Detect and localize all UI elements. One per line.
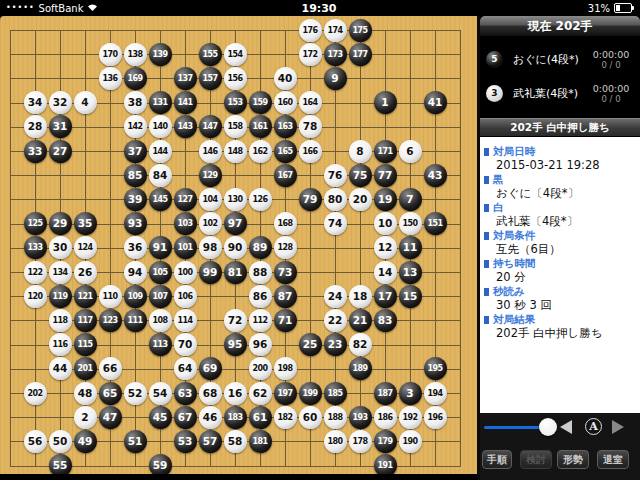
white-stone-176: 176	[299, 19, 322, 42]
black-stone-159: 159	[249, 91, 272, 114]
black-stone-145: 145	[149, 188, 172, 211]
info-value-6: 202手 白中押し勝ち	[484, 326, 640, 340]
white-stone-54: 54	[149, 382, 172, 405]
white-stone-100: 100	[174, 261, 197, 284]
move-slider-row: A	[480, 413, 640, 443]
black-stone-155: 155	[199, 43, 222, 66]
black-stone-15: 15	[399, 285, 422, 308]
white-stone-90: 90	[224, 236, 247, 259]
white-stone-112: 112	[249, 309, 272, 332]
white-stone-202: 202	[24, 382, 47, 405]
white-stone-22: 22	[324, 309, 347, 332]
black-stone-75: 75	[349, 164, 372, 187]
white-stone-146: 146	[199, 140, 222, 163]
white-stone-46: 46	[199, 406, 222, 429]
battery-icon	[614, 3, 632, 13]
auto-play-button[interactable]: A	[585, 418, 602, 435]
white-stone-168: 168	[274, 212, 297, 235]
white-stone-142: 142	[124, 115, 147, 138]
white-stone-174: 174	[324, 19, 347, 42]
white-stone-56: 56	[24, 430, 47, 453]
bullet-icon	[484, 232, 489, 240]
white-stone-34: 34	[24, 91, 47, 114]
white-stone-12: 12	[374, 236, 397, 259]
black-stone-37: 37	[124, 140, 147, 163]
black-stone-7: 7	[399, 188, 422, 211]
black-stone-19: 19	[374, 188, 397, 211]
white-stone-62: 62	[249, 382, 272, 405]
black-stone-183: 183	[224, 406, 247, 429]
black-stone-61: 61	[249, 406, 272, 429]
white-stone-134: 134	[49, 261, 72, 284]
white-stone-26: 26	[74, 261, 97, 284]
white-stone-178: 178	[349, 430, 372, 453]
black-stone-53: 53	[174, 430, 197, 453]
black-stone-157: 157	[199, 67, 222, 90]
black-stone-83: 83	[374, 309, 397, 332]
white-stone-198: 198	[274, 357, 297, 380]
taishitsu-button[interactable]: 退室	[597, 450, 629, 469]
white-stone-158: 158	[224, 115, 247, 138]
black-stone-109: 109	[124, 285, 147, 308]
black-stone-173: 173	[324, 43, 347, 66]
black-stone-201: 201	[74, 357, 97, 380]
white-stone-72: 72	[224, 309, 247, 332]
white-stone-24: 24	[324, 285, 347, 308]
black-stone-89: 89	[249, 236, 272, 259]
info-label-6: 対局結果	[484, 313, 640, 326]
black-stone-23: 23	[324, 333, 347, 356]
black-stone-47: 47	[99, 406, 122, 429]
black-stone-103: 103	[174, 212, 197, 235]
black-stone-101: 101	[174, 236, 197, 259]
white-stone-50: 50	[49, 430, 72, 453]
black-stone-121: 121	[74, 285, 97, 308]
black-stone-151: 151	[424, 212, 447, 235]
game-info-list: 対局日時2015-03-21 19:28黒おぐに〔4段*〕白武礼葉〔4段*〕対局…	[480, 137, 640, 415]
black-stone-113: 113	[149, 333, 172, 356]
white-player-name: 武礼葉(4段*)	[513, 86, 588, 101]
white-stone-84: 84	[149, 164, 172, 187]
white-stone-48: 48	[74, 382, 97, 405]
black-player-row: 5 おぐに(4段*) 0:00:00 0 / 0	[480, 42, 640, 76]
white-stone-32: 32	[49, 91, 72, 114]
black-stone-189: 189	[349, 357, 372, 380]
info-label-2: 白	[484, 201, 640, 214]
white-stone-106: 106	[174, 285, 197, 308]
info-value-5: 30 秒 3 回	[484, 298, 640, 312]
black-stone-191: 191	[374, 454, 397, 474]
black-stone-167: 167	[274, 164, 297, 187]
white-stone-192: 192	[399, 406, 422, 429]
black-stone-85: 85	[124, 164, 147, 187]
black-stone-111: 111	[124, 309, 147, 332]
bullet-icon	[484, 316, 489, 324]
black-stone-175: 175	[349, 19, 372, 42]
black-stone-125: 125	[24, 212, 47, 235]
black-stone-87: 87	[274, 285, 297, 308]
white-stone-10: 10	[374, 212, 397, 235]
black-stone-133: 133	[24, 236, 47, 259]
white-stone-118: 118	[49, 309, 72, 332]
wifi-icon	[87, 3, 98, 14]
white-stone-74: 74	[324, 212, 347, 235]
white-stone-190: 190	[399, 430, 422, 453]
black-stone-179: 179	[374, 430, 397, 453]
white-stone-68: 68	[199, 382, 222, 405]
black-stone-139: 139	[149, 43, 172, 66]
white-stone-98: 98	[199, 236, 222, 259]
black-captures-stone-icon: 5	[486, 51, 503, 68]
white-stone-154: 154	[224, 43, 247, 66]
go-board: 1761741751701381391551541721731771361691…	[0, 16, 478, 474]
info-label-0: 対局日時	[484, 145, 640, 158]
white-stone-186: 186	[374, 406, 397, 429]
clock-label: 19:30	[206, 2, 432, 15]
black-stone-127: 127	[174, 188, 197, 211]
white-stone-128: 128	[274, 236, 297, 259]
black-stone-131: 131	[149, 91, 172, 114]
white-stone-116: 116	[49, 333, 72, 356]
white-stone-170: 170	[99, 43, 122, 66]
grid-line	[460, 30, 461, 467]
black-stone-55: 55	[49, 454, 72, 474]
white-stone-52: 52	[124, 382, 147, 405]
white-stone-102: 102	[199, 212, 222, 235]
black-stone-195: 195	[424, 357, 447, 380]
move-slider-knob[interactable]	[539, 418, 557, 436]
black-stone-165: 165	[274, 140, 297, 163]
black-stone-13: 13	[399, 261, 422, 284]
black-stone-137: 137	[174, 67, 197, 90]
white-stone-150: 150	[399, 212, 422, 235]
white-stone-64: 64	[174, 357, 197, 380]
black-stone-67: 67	[174, 406, 197, 429]
black-stone-119: 119	[49, 285, 72, 308]
white-stone-38: 38	[124, 91, 147, 114]
white-stone-78: 78	[299, 115, 322, 138]
game-info-panel: 現在 202手 5 おぐに(4段*) 0:00:00 0 / 0 3 武礼葉(4…	[480, 16, 640, 480]
black-stone-143: 143	[174, 115, 197, 138]
current-move-title: 現在 202手	[480, 16, 640, 36]
black-stone-93: 93	[124, 212, 147, 235]
black-stone-187: 187	[374, 382, 397, 405]
white-stone-44: 44	[49, 357, 72, 380]
bullet-icon	[484, 204, 489, 212]
bullet-icon	[484, 176, 489, 184]
status-right: 31%	[432, 3, 640, 14]
white-stone-136: 136	[99, 67, 122, 90]
white-stone-58: 58	[224, 430, 247, 453]
info-value-2: 武礼葉〔4段*〕	[484, 214, 640, 228]
control-bar: A 手順検討形勢退室	[480, 413, 640, 480]
black-stone-117: 117	[74, 309, 97, 332]
black-stone-153: 153	[224, 91, 247, 114]
white-stone-36: 36	[124, 236, 147, 259]
white-stone-88: 88	[249, 261, 272, 284]
white-stone-110: 110	[99, 285, 122, 308]
black-stone-35: 35	[74, 212, 97, 235]
black-stone-107: 107	[149, 285, 172, 308]
black-stone-105: 105	[149, 261, 172, 284]
white-stone-160: 160	[274, 91, 297, 114]
black-stone-57: 57	[199, 430, 222, 453]
white-stone-130: 130	[224, 188, 247, 211]
white-stone-122: 122	[24, 261, 47, 284]
black-player-clock: 0:00:00 0 / 0	[588, 49, 634, 70]
black-stone-17: 17	[374, 285, 397, 308]
black-stone-41: 41	[424, 91, 447, 114]
white-stone-140: 140	[149, 115, 172, 138]
bullet-icon	[484, 260, 489, 268]
battery-percent-label: 31%	[588, 3, 610, 14]
white-stone-166: 166	[299, 140, 322, 163]
white-stone-82: 82	[349, 333, 372, 356]
black-stone-45: 45	[149, 406, 172, 429]
grid-line	[360, 30, 361, 467]
black-stone-31: 31	[49, 115, 72, 138]
black-stone-79: 79	[299, 188, 322, 211]
black-stone-65: 65	[99, 382, 122, 405]
white-stone-182: 182	[274, 406, 297, 429]
black-stone-169: 169	[124, 67, 147, 90]
kentou-button[interactable]: 検討	[520, 450, 552, 469]
info-label-1: 黒	[484, 173, 640, 186]
white-stone-20: 20	[349, 188, 372, 211]
white-stone-196: 196	[424, 406, 447, 429]
white-stone-164: 164	[299, 91, 322, 114]
info-value-3: 互先（6目）	[484, 242, 640, 256]
white-stone-86: 86	[249, 285, 272, 308]
white-stone-156: 156	[224, 67, 247, 90]
black-stone-193: 193	[349, 406, 372, 429]
black-stone-51: 51	[124, 430, 147, 453]
black-stone-185: 185	[324, 382, 347, 405]
black-stone-21: 21	[349, 309, 372, 332]
black-stone-3: 3	[399, 382, 422, 405]
players-area: 5 おぐに(4段*) 0:00:00 0 / 0 3 武礼葉(4段*) 0:00…	[480, 36, 640, 118]
info-label-3: 対局条件	[484, 229, 640, 242]
black-stone-27: 27	[49, 140, 72, 163]
black-stone-39: 39	[124, 188, 147, 211]
white-stone-76: 76	[324, 164, 347, 187]
info-value-0: 2015-03-21 19:28	[484, 158, 640, 172]
black-stone-25: 25	[299, 333, 322, 356]
black-stone-43: 43	[424, 164, 447, 187]
white-stone-6: 6	[399, 140, 422, 163]
signal-strength-icon: •••••	[6, 3, 35, 12]
white-stone-138: 138	[124, 43, 147, 66]
black-stone-33: 33	[24, 140, 47, 163]
info-label-4: 持ち時間	[484, 257, 640, 270]
black-stone-91: 91	[149, 236, 172, 259]
black-stone-163: 163	[274, 115, 297, 138]
white-stone-120: 120	[24, 285, 47, 308]
black-stone-99: 99	[199, 261, 222, 284]
black-stone-199: 199	[299, 382, 322, 405]
white-stone-104: 104	[199, 188, 222, 211]
white-stone-148: 148	[224, 140, 247, 163]
black-stone-11: 11	[399, 236, 422, 259]
next-move-button[interactable]	[612, 420, 624, 434]
black-stone-171: 171	[374, 140, 397, 163]
white-stone-114: 114	[174, 309, 197, 332]
white-stone-30: 30	[49, 236, 72, 259]
black-stone-73: 73	[274, 261, 297, 284]
white-stone-94: 94	[124, 261, 147, 284]
white-stone-80: 80	[324, 188, 347, 211]
black-stone-123: 123	[99, 309, 122, 332]
white-stone-70: 70	[174, 333, 197, 356]
black-stone-95: 95	[224, 333, 247, 356]
status-bar: ••••• SoftBank 19:30 31%	[0, 0, 640, 16]
black-stone-115: 115	[74, 333, 97, 356]
white-stone-194: 194	[424, 382, 447, 405]
keisei-button[interactable]: 形勢	[557, 450, 589, 469]
bullet-icon	[484, 288, 489, 296]
white-stone-16: 16	[224, 382, 247, 405]
previous-move-button[interactable]	[560, 420, 572, 434]
white-stone-28: 28	[24, 115, 47, 138]
white-stone-126: 126	[249, 188, 272, 211]
white-stone-144: 144	[149, 140, 172, 163]
status-left: ••••• SoftBank	[0, 3, 206, 14]
white-player-clock: 0:00:00 0 / 0	[588, 83, 634, 104]
white-player-row: 3 武礼葉(4段*) 0:00:00 0 / 0	[480, 76, 640, 110]
black-stone-161: 161	[249, 115, 272, 138]
black-stone-129: 129	[199, 164, 222, 187]
white-stone-40: 40	[274, 67, 297, 90]
info-label-5: 秒読み	[484, 285, 640, 298]
carrier-label: SoftBank	[39, 3, 84, 14]
white-stone-4: 4	[74, 91, 97, 114]
white-stone-162: 162	[249, 140, 272, 163]
black-stone-147: 147	[199, 115, 222, 138]
white-stone-172: 172	[299, 43, 322, 66]
black-stone-59: 59	[149, 454, 172, 474]
result-banner: 202手 白中押し勝ち	[480, 118, 640, 137]
white-stone-2: 2	[74, 406, 97, 429]
black-player-name: おぐに(4段*)	[513, 52, 588, 67]
black-stone-81: 81	[224, 261, 247, 284]
white-captures-stone-icon: 3	[486, 85, 503, 102]
black-stone-181: 181	[249, 430, 272, 453]
black-stone-49: 49	[74, 430, 97, 453]
white-stone-200: 200	[249, 357, 272, 380]
black-stone-97: 97	[224, 212, 247, 235]
tejun-button[interactable]: 手順	[482, 450, 512, 469]
white-stone-180: 180	[324, 430, 347, 453]
info-value-1: おぐに〔4段*〕	[484, 186, 640, 200]
black-stone-197: 197	[274, 382, 297, 405]
white-stone-60: 60	[299, 406, 322, 429]
white-stone-124: 124	[74, 236, 97, 259]
white-stone-66: 66	[99, 357, 122, 380]
white-stone-14: 14	[374, 261, 397, 284]
black-stone-77: 77	[374, 164, 397, 187]
info-value-4: 20 分	[484, 270, 640, 284]
black-stone-71: 71	[274, 309, 297, 332]
white-stone-188: 188	[324, 406, 347, 429]
white-stone-8: 8	[349, 140, 372, 163]
black-stone-63: 63	[174, 382, 197, 405]
bullet-icon	[484, 148, 489, 156]
black-stone-141: 141	[174, 91, 197, 114]
grid-line	[10, 30, 11, 467]
black-stone-177: 177	[349, 43, 372, 66]
white-stone-108: 108	[149, 309, 172, 332]
white-stone-96: 96	[249, 333, 272, 356]
black-stone-1: 1	[374, 91, 397, 114]
white-stone-18: 18	[349, 285, 372, 308]
black-stone-29: 29	[49, 212, 72, 235]
black-stone-69: 69	[199, 357, 222, 380]
black-stone-9: 9	[324, 67, 347, 90]
